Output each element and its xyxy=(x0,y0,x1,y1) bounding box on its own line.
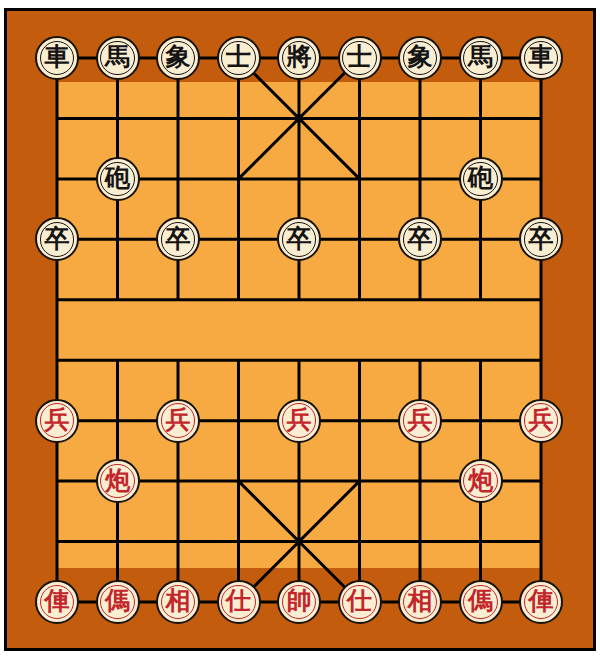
piece-glyph: 兵 xyxy=(287,407,312,432)
piece-glyph: 象 xyxy=(166,44,191,69)
piece-red-soldier[interactable]: 兵 xyxy=(35,399,79,443)
piece-glyph: 相 xyxy=(166,588,191,613)
piece-red-horse[interactable]: 傌 xyxy=(96,580,140,624)
piece-black-cannon[interactable]: 砲 xyxy=(96,157,140,201)
piece-black-soldier[interactable]: 卒 xyxy=(398,217,442,261)
piece-black-advisor[interactable]: 士 xyxy=(217,36,261,80)
piece-black-general[interactable]: 將 xyxy=(277,36,321,80)
piece-red-soldier[interactable]: 兵 xyxy=(156,399,200,443)
piece-glyph: 帥 xyxy=(287,588,312,613)
piece-black-soldier[interactable]: 卒 xyxy=(519,217,563,261)
piece-glyph: 相 xyxy=(408,588,433,613)
piece-glyph: 傌 xyxy=(105,588,130,613)
piece-glyph: 炮 xyxy=(468,468,493,493)
piece-glyph: 俥 xyxy=(529,588,554,613)
piece-red-elephant[interactable]: 相 xyxy=(156,580,200,624)
piece-black-elephant[interactable]: 象 xyxy=(156,36,200,80)
piece-glyph: 車 xyxy=(529,44,554,69)
piece-red-elephant[interactable]: 相 xyxy=(398,580,442,624)
piece-glyph: 兵 xyxy=(529,407,554,432)
piece-black-chariot[interactable]: 車 xyxy=(35,36,79,80)
piece-red-chariot[interactable]: 俥 xyxy=(35,580,79,624)
piece-glyph: 將 xyxy=(287,44,312,69)
piece-glyph: 兵 xyxy=(45,407,70,432)
piece-red-general[interactable]: 帥 xyxy=(277,580,321,624)
piece-glyph: 俥 xyxy=(45,588,70,613)
piece-black-cannon[interactable]: 砲 xyxy=(459,157,503,201)
piece-glyph: 卒 xyxy=(166,226,191,251)
piece-black-elephant[interactable]: 象 xyxy=(398,36,442,80)
piece-red-advisor[interactable]: 仕 xyxy=(217,580,261,624)
piece-red-horse[interactable]: 傌 xyxy=(459,580,503,624)
piece-glyph: 車 xyxy=(45,44,70,69)
piece-red-advisor[interactable]: 仕 xyxy=(338,580,382,624)
piece-glyph: 士 xyxy=(226,44,251,69)
piece-red-soldier[interactable]: 兵 xyxy=(398,399,442,443)
piece-black-soldier[interactable]: 卒 xyxy=(277,217,321,261)
piece-glyph: 砲 xyxy=(468,165,493,190)
piece-red-chariot[interactable]: 俥 xyxy=(519,580,563,624)
piece-glyph: 兵 xyxy=(408,407,433,432)
piece-black-soldier[interactable]: 卒 xyxy=(35,217,79,261)
piece-glyph: 士 xyxy=(347,44,372,69)
piece-red-soldier[interactable]: 兵 xyxy=(519,399,563,443)
piece-red-cannon[interactable]: 炮 xyxy=(459,459,503,503)
piece-glyph: 仕 xyxy=(226,588,251,613)
xiangqi-diagram: 車馬象士將士象馬車砲砲卒卒卒卒卒兵兵兵兵兵炮炮俥傌相仕帥仕相傌俥 xyxy=(0,0,600,660)
piece-red-cannon[interactable]: 炮 xyxy=(96,459,140,503)
piece-black-advisor[interactable]: 士 xyxy=(338,36,382,80)
piece-glyph: 傌 xyxy=(468,588,493,613)
piece-glyph: 卒 xyxy=(45,226,70,251)
piece-black-chariot[interactable]: 車 xyxy=(519,36,563,80)
piece-black-horse[interactable]: 馬 xyxy=(459,36,503,80)
piece-glyph: 卒 xyxy=(408,226,433,251)
piece-glyph: 馬 xyxy=(468,44,493,69)
piece-glyph: 炮 xyxy=(105,468,130,493)
piece-glyph: 馬 xyxy=(105,44,130,69)
piece-glyph: 砲 xyxy=(105,165,130,190)
piece-black-horse[interactable]: 馬 xyxy=(96,36,140,80)
piece-red-soldier[interactable]: 兵 xyxy=(277,399,321,443)
piece-glyph: 卒 xyxy=(287,226,312,251)
piece-glyph: 象 xyxy=(408,44,433,69)
pieces-layer: 車馬象士將士象馬車砲砲卒卒卒卒卒兵兵兵兵兵炮炮俥傌相仕帥仕相傌俥 xyxy=(27,28,572,632)
piece-glyph: 卒 xyxy=(529,226,554,251)
piece-glyph: 兵 xyxy=(166,407,191,432)
piece-black-soldier[interactable]: 卒 xyxy=(156,217,200,261)
piece-glyph: 仕 xyxy=(347,588,372,613)
